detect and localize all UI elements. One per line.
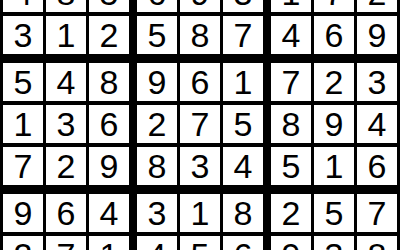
sudoku-cell-r2c2[interactable]: 1 (46, 16, 86, 54)
sudoku-cell-r7c7[interactable]: 9 (271, 236, 311, 250)
sudoku-cell-r2c3[interactable]: 2 (89, 16, 129, 54)
sudoku-cell-r4c2[interactable]: 3 (46, 105, 86, 143)
sudoku-cell-r4c9[interactable]: 4 (357, 105, 397, 143)
sudoku-cell-r7c6[interactable]: 6 (223, 236, 263, 250)
sudoku-cell-r1c8[interactable]: 7 (314, 0, 354, 12)
sudoku-cell-r7c8[interactable]: 3 (314, 236, 354, 250)
sudoku-cell-r6c9[interactable]: 7 (357, 194, 397, 232)
sudoku-cell-r1c2[interactable]: 8 (46, 0, 86, 12)
sudoku-cell-r1c7[interactable]: 1 (271, 0, 311, 12)
sudoku-cell-r6c6[interactable]: 8 (223, 194, 263, 232)
sudoku-cell-r4c5[interactable]: 7 (180, 105, 220, 143)
sudoku-cell-r4c1[interactable]: 1 (3, 105, 43, 143)
sudoku-cell-r5c9[interactable]: 6 (357, 147, 397, 185)
sudoku-cell-r5c7[interactable]: 5 (271, 147, 311, 185)
sudoku-cell-r3c2[interactable]: 4 (46, 63, 86, 101)
sudoku-cell-r2c6[interactable]: 7 (223, 16, 263, 54)
sudoku-cell-r4c7[interactable]: 8 (271, 105, 311, 143)
sudoku-cell-r3c5[interactable]: 6 (180, 63, 220, 101)
sudoku-cell-r5c6[interactable]: 4 (223, 147, 263, 185)
sudoku-cell-r2c7[interactable]: 4 (271, 16, 311, 54)
sudoku-cell-r2c5[interactable]: 8 (180, 16, 220, 54)
sudoku-cell-r5c2[interactable]: 2 (46, 147, 86, 185)
sudoku-cell-r7c4[interactable]: 4 (137, 236, 177, 250)
sudoku-cell-r5c3[interactable]: 9 (89, 147, 129, 185)
sudoku-cell-r6c2[interactable]: 6 (46, 194, 86, 232)
sudoku-cell-r5c8[interactable]: 1 (314, 147, 354, 185)
sudoku-cell-r6c7[interactable]: 2 (271, 194, 311, 232)
sudoku-cell-r6c3[interactable]: 4 (89, 194, 129, 232)
sudoku-cell-r1c6[interactable]: 3 (223, 0, 263, 12)
sudoku-cell-r2c4[interactable]: 5 (137, 16, 177, 54)
sudoku-cell-r1c1[interactable]: 4 (3, 0, 43, 12)
sudoku-cell-r3c6[interactable]: 1 (223, 63, 263, 101)
sudoku-cell-r3c9[interactable]: 3 (357, 63, 397, 101)
sudoku-cell-r1c3[interactable]: 5 (89, 0, 129, 12)
sudoku-cell-r6c1[interactable]: 9 (3, 194, 43, 232)
sudoku-cell-r2c1[interactable]: 3 (3, 16, 43, 54)
sudoku-cell-r7c1[interactable]: 2 (3, 236, 43, 250)
sudoku-cell-r4c6[interactable]: 5 (223, 105, 263, 143)
sudoku-cell-r5c1[interactable]: 7 (3, 147, 43, 185)
screenshot-root: 4856931723125874695489617231362758947298… (0, 0, 400, 250)
sudoku-cell-r4c4[interactable]: 2 (137, 105, 177, 143)
sudoku-cell-r1c4[interactable]: 6 (137, 0, 177, 12)
sudoku-cell-r4c3[interactable]: 6 (89, 105, 129, 143)
sudoku-cell-r1c5[interactable]: 9 (180, 0, 220, 12)
sudoku-cell-r7c2[interactable]: 7 (46, 236, 86, 250)
sudoku-cell-r4c8[interactable]: 9 (314, 105, 354, 143)
sudoku-cell-r3c1[interactable]: 5 (3, 63, 43, 101)
sudoku-cell-r7c9[interactable]: 8 (357, 236, 397, 250)
sudoku-cell-r3c4[interactable]: 9 (137, 63, 177, 101)
sudoku-cell-r5c4[interactable]: 8 (137, 147, 177, 185)
sudoku-cell-r6c8[interactable]: 5 (314, 194, 354, 232)
sudoku-cell-r2c8[interactable]: 6 (314, 16, 354, 54)
sudoku-cell-r7c3[interactable]: 1 (89, 236, 129, 250)
sudoku-cell-r6c4[interactable]: 3 (137, 194, 177, 232)
sudoku-cell-r5c5[interactable]: 3 (180, 147, 220, 185)
sudoku-cell-r3c7[interactable]: 7 (271, 63, 311, 101)
sudoku-cell-r7c5[interactable]: 5 (180, 236, 220, 250)
sudoku-cell-r3c3[interactable]: 8 (89, 63, 129, 101)
sudoku-cell-r6c5[interactable]: 1 (180, 194, 220, 232)
sudoku-cell-r1c9[interactable]: 2 (357, 0, 397, 12)
sudoku-cell-r2c9[interactable]: 9 (357, 16, 397, 54)
sudoku-cell-r3c8[interactable]: 2 (314, 63, 354, 101)
sudoku-board: 4856931723125874695489617231362758947298… (0, 0, 400, 250)
